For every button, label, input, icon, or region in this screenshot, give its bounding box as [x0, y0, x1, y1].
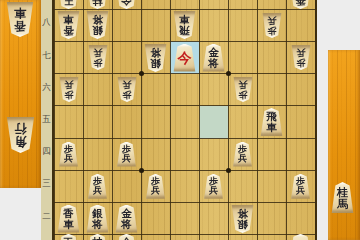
- piece-gote-pawn[interactable]: 歩兵: [146, 174, 166, 199]
- piece-gote-lance[interactable]: 香車: [57, 205, 80, 233]
- piece-sente-rook[interactable]: 飛車: [173, 11, 196, 39]
- piece-sente-pawn[interactable]: 歩兵: [117, 77, 137, 102]
- piece-gote-silver[interactable]: 銀将: [86, 205, 109, 233]
- board-grid-line: [54, 0, 55, 240]
- piece-kanji: 香: [14, 20, 26, 33]
- board-grid-line: [228, 0, 229, 240]
- piece-gote-pawn[interactable]: 歩兵: [88, 174, 108, 199]
- rank-label-3: 六: [41, 72, 52, 104]
- board-grid-line: [199, 0, 200, 240]
- piece-kanji: 行: [15, 122, 27, 135]
- piece-kanji: 兵: [296, 48, 305, 58]
- in-hand-piece-lance[interactable]: 香車: [6, 2, 34, 37]
- rank-label-5: 四: [41, 136, 52, 168]
- shogi-board[interactable]: 香車銀将飛車歩兵歩兵銀将歩兵歩兵歩兵歩兵銀将今金将飛車歩兵歩兵歩兵歩兵歩兵歩兵歩…: [52, 0, 317, 240]
- board-grid-line: [315, 0, 316, 240]
- piece-kanji: 桂: [337, 186, 348, 198]
- in-hand-piece-knight[interactable]: 桂馬: [331, 182, 354, 213]
- piece-gote-pawn[interactable]: 歩兵: [233, 142, 253, 167]
- piece-kanji: 兵: [238, 154, 247, 164]
- piece-gote-pawn[interactable]: 歩兵: [291, 174, 311, 199]
- komadai-left-captured-pieces: 香車角行: [0, 0, 41, 188]
- board-grid-line: [54, 170, 315, 171]
- piece-kanji: 将: [208, 58, 219, 69]
- piece-kanji: 香: [295, 0, 306, 6]
- piece-gote-gold[interactable]: 金将: [202, 44, 225, 72]
- star-point: [139, 168, 144, 173]
- piece-kanji: 馬: [337, 198, 348, 210]
- piece-kanji: 将: [150, 47, 161, 58]
- piece-kanji: 銀: [150, 58, 161, 69]
- piece-kanji: 兵: [93, 186, 102, 196]
- piece-kanji: 歩: [296, 58, 305, 68]
- piece-kanji: 兵: [93, 48, 102, 58]
- piece-kanji: 歩: [267, 25, 276, 35]
- piece-gote-gold[interactable]: 金将: [115, 205, 138, 233]
- piece-kanji: 銀: [92, 208, 103, 219]
- star-point: [139, 71, 144, 76]
- piece-kanji: 車: [63, 14, 74, 25]
- piece-kanji: 歩: [64, 90, 73, 100]
- piece-kanji: 兵: [296, 186, 305, 196]
- piece-kanji: 車: [14, 7, 26, 20]
- piece-kanji: 今: [178, 51, 192, 65]
- piece-gote-pawn[interactable]: 歩兵: [204, 174, 224, 199]
- piece-kanji: 香: [63, 25, 74, 36]
- shogi-app-screenshot: 香車角行 桂馬 八七六五四三二 香車銀将飛車歩兵歩兵銀将歩兵歩兵歩兵歩兵銀将今金…: [0, 0, 360, 240]
- piece-kanji: 兵: [209, 186, 218, 196]
- rank-label-4: 五: [41, 104, 52, 136]
- highlight-last-move-origin[interactable]: [199, 106, 228, 139]
- piece-kanji: 角: [15, 135, 27, 148]
- piece-kanji: 銀: [92, 25, 103, 36]
- piece-kanji: 歩: [238, 90, 247, 100]
- piece-kanji: 桂: [92, 0, 103, 6]
- piece-kanji: 金: [121, 0, 132, 6]
- piece-kanji: 将: [237, 208, 248, 219]
- piece-kanji: 兵: [151, 186, 160, 196]
- board-grid-line: [54, 73, 315, 74]
- piece-kanji: 金: [121, 208, 132, 219]
- board-grid-line: [83, 0, 84, 240]
- piece-kanji: 車: [179, 14, 190, 25]
- piece-kanji: 将: [92, 219, 103, 230]
- board-grid-line: [112, 0, 113, 240]
- piece-sente-pawn[interactable]: 歩兵: [88, 45, 108, 70]
- board-grid-line: [54, 202, 315, 203]
- komadai-right-captured-pieces: 桂馬: [328, 50, 360, 240]
- piece-kanji: 玉: [63, 0, 74, 6]
- piece-sente-pawn[interactable]: 歩兵: [291, 45, 311, 70]
- star-point: [226, 71, 231, 76]
- board-grid-line: [54, 105, 315, 106]
- piece-gote-rook[interactable]: 飛車: [260, 108, 283, 136]
- piece-kanji: 香: [63, 208, 74, 219]
- piece-kanji: 兵: [267, 16, 276, 26]
- piece-kanji: 歩: [93, 58, 102, 68]
- rank-label-1: 八: [41, 7, 52, 39]
- board-grid-line: [54, 41, 315, 42]
- in-hand-piece-bishop[interactable]: 角行: [6, 117, 35, 153]
- piece-gote-pawn[interactable]: 歩兵: [59, 142, 79, 167]
- piece-kanji: 兵: [122, 80, 131, 90]
- rank-label-2: 七: [41, 40, 52, 72]
- piece-kanji: 車: [266, 122, 277, 133]
- board-grid-line: [54, 9, 315, 10]
- piece-kanji: 銀: [237, 219, 248, 230]
- rank-label-strip: 八七六五四三二: [41, 0, 52, 240]
- board-grid-line: [54, 234, 315, 235]
- piece-kanji: 兵: [64, 154, 73, 164]
- board-grid-line: [286, 0, 287, 240]
- piece-kanji: 歩: [122, 90, 131, 100]
- board-grid-line: [257, 0, 258, 240]
- piece-sente-silver[interactable]: 銀将: [231, 205, 254, 233]
- piece-sente-pawn[interactable]: 歩兵: [59, 77, 79, 102]
- piece-gote-pawn[interactable]: 歩兵: [117, 142, 137, 167]
- rank-label-7: 二: [41, 201, 52, 233]
- piece-sente-silver[interactable]: 銀将: [144, 44, 167, 72]
- piece-kanji: 車: [63, 219, 74, 230]
- piece-kanji: 兵: [64, 80, 73, 90]
- star-point: [226, 168, 231, 173]
- piece-sente-pawn[interactable]: 歩兵: [233, 77, 253, 102]
- board-grid-line: [170, 0, 171, 240]
- piece-sente-silver[interactable]: 銀将: [86, 11, 109, 39]
- piece-sente-lance[interactable]: 香車: [57, 11, 80, 39]
- board-grid-line: [54, 138, 315, 139]
- piece-kanji: 金: [208, 47, 219, 58]
- piece-kanji: 将: [121, 219, 132, 230]
- board-grid-line: [141, 0, 142, 240]
- piece-kanji: 兵: [238, 80, 247, 90]
- rank-label-6: 三: [41, 168, 52, 200]
- piece-kanji: 兵: [122, 154, 131, 164]
- piece-kanji: 飛: [179, 25, 190, 36]
- piece-kanji: 将: [92, 14, 103, 25]
- piece-sente-pawn[interactable]: 歩兵: [262, 13, 282, 38]
